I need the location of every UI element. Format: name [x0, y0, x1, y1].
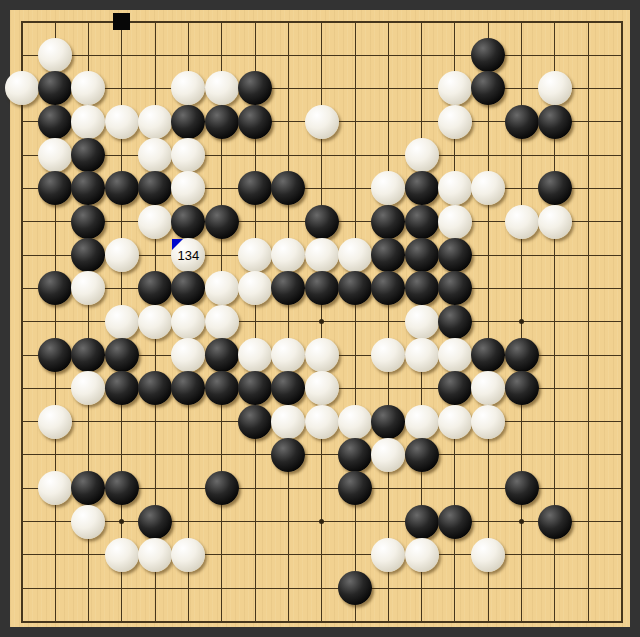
stone-black — [438, 305, 472, 339]
stone-black — [505, 105, 539, 139]
stone-white — [405, 305, 439, 339]
stone-white — [438, 105, 472, 139]
stone-black — [438, 505, 472, 539]
stone-white — [38, 38, 72, 72]
stone-white — [305, 105, 339, 139]
stone-white — [205, 271, 239, 305]
stone-white — [38, 138, 72, 172]
stone-black — [238, 105, 272, 139]
stone-white — [305, 238, 339, 272]
stone-black — [405, 505, 439, 539]
move-number-label: 134 — [171, 238, 205, 272]
stone-black — [505, 371, 539, 405]
stone-white — [238, 338, 272, 372]
stone-white — [138, 305, 172, 339]
stone-white — [505, 205, 539, 239]
stone-black — [405, 171, 439, 205]
square-marker — [113, 13, 130, 30]
stone-black — [171, 205, 205, 239]
stone-white — [38, 405, 72, 439]
stone-white — [71, 505, 105, 539]
stone-black — [105, 371, 139, 405]
window-frame: 134 — [0, 0, 640, 637]
stone-black — [305, 271, 339, 305]
stone-white — [5, 71, 39, 105]
stone-white — [438, 205, 472, 239]
stone-black — [538, 105, 572, 139]
stone-white — [105, 238, 139, 272]
stone-black — [338, 438, 372, 472]
stone-black — [105, 338, 139, 372]
stone-white — [205, 305, 239, 339]
stone-white — [71, 105, 105, 139]
stone-white — [438, 338, 472, 372]
stone-black — [205, 205, 239, 239]
stone-black — [205, 471, 239, 505]
stone-black — [205, 371, 239, 405]
stone-black — [171, 105, 205, 139]
stone-white — [138, 105, 172, 139]
stone-white — [438, 405, 472, 439]
stone-white — [471, 405, 505, 439]
stone-white — [405, 138, 439, 172]
stone-black — [238, 405, 272, 439]
stone-white — [105, 305, 139, 339]
stone-white — [538, 205, 572, 239]
stone-white — [105, 538, 139, 572]
stone-white — [405, 338, 439, 372]
stone-white — [305, 338, 339, 372]
stone-black — [205, 338, 239, 372]
stone-white — [138, 205, 172, 239]
stone-white — [305, 371, 339, 405]
stone-black — [305, 205, 339, 239]
stone-black — [371, 405, 405, 439]
stone-white — [338, 405, 372, 439]
stone-white — [171, 305, 205, 339]
stone-black — [371, 205, 405, 239]
stone-black — [38, 338, 72, 372]
stone-black — [205, 105, 239, 139]
stone-black — [105, 471, 139, 505]
go-board[interactable]: 134 — [10, 10, 630, 627]
stone-black — [405, 271, 439, 305]
stone-white — [238, 238, 272, 272]
stone-black — [505, 471, 539, 505]
stone-black — [105, 171, 139, 205]
stone-black — [538, 505, 572, 539]
stone-black — [405, 238, 439, 272]
stone-white — [138, 538, 172, 572]
stone-black — [505, 338, 539, 372]
stone-black — [38, 105, 72, 139]
stone-white — [405, 538, 439, 572]
last-move-stone: 134 — [171, 238, 205, 272]
stone-white — [271, 405, 305, 439]
stone-white — [138, 138, 172, 172]
stone-white — [338, 238, 372, 272]
stone-white — [405, 405, 439, 439]
stone-black — [71, 205, 105, 239]
stone-white — [105, 105, 139, 139]
stone-white — [305, 405, 339, 439]
stone-black — [438, 238, 472, 272]
stone-black — [405, 438, 439, 472]
stone-black — [138, 505, 172, 539]
stone-black — [405, 205, 439, 239]
stone-white — [205, 71, 239, 105]
